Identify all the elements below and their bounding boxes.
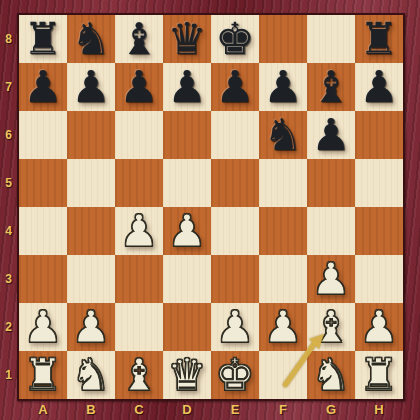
square-f3[interactable] [259, 255, 307, 303]
square-c6[interactable] [115, 111, 163, 159]
square-e5[interactable] [211, 159, 259, 207]
black-queen-d8[interactable]: ♛ [163, 15, 211, 63]
square-c2[interactable] [115, 303, 163, 351]
square-f1[interactable] [259, 351, 307, 399]
square-g6[interactable]: ♟ [307, 111, 355, 159]
black-pawn-a7[interactable]: ♟ [19, 63, 67, 111]
square-f2[interactable]: ♟ [259, 303, 307, 351]
square-g2[interactable]: ♝ [307, 303, 355, 351]
square-a1[interactable]: ♜ [19, 351, 67, 399]
square-e7[interactable]: ♟ [211, 63, 259, 111]
black-rook-a8[interactable]: ♜ [19, 15, 67, 63]
black-pawn-d7[interactable]: ♟ [163, 63, 211, 111]
square-e8[interactable]: ♚ [211, 15, 259, 63]
chess-board: ♜♞♝♛♚♜♟♟♟♟♟♟♝♟♞♟♟♟♟♟♟♟♟♝♟♜♞♝♛♚♞♜ [19, 15, 403, 399]
square-c3[interactable] [115, 255, 163, 303]
file-label-e: E [211, 399, 259, 420]
white-pawn-h2[interactable]: ♟ [355, 303, 403, 351]
black-pawn-h7[interactable]: ♟ [355, 63, 403, 111]
square-d6[interactable] [163, 111, 211, 159]
file-label-h: H [355, 399, 403, 420]
square-c1[interactable]: ♝ [115, 351, 163, 399]
square-a3[interactable] [19, 255, 67, 303]
file-label-g: G [307, 399, 355, 420]
square-f6[interactable]: ♞ [259, 111, 307, 159]
black-pawn-g6[interactable]: ♟ [307, 111, 355, 159]
square-d1[interactable]: ♛ [163, 351, 211, 399]
square-b2[interactable]: ♟ [67, 303, 115, 351]
square-a8[interactable]: ♜ [19, 15, 67, 63]
square-h6[interactable] [355, 111, 403, 159]
white-rook-a1[interactable]: ♜ [19, 351, 67, 399]
white-knight-g1[interactable]: ♞ [307, 351, 355, 399]
square-c4[interactable]: ♟ [115, 207, 163, 255]
square-a6[interactable] [19, 111, 67, 159]
square-h2[interactable]: ♟ [355, 303, 403, 351]
white-rook-h1[interactable]: ♜ [355, 351, 403, 399]
square-e2[interactable]: ♟ [211, 303, 259, 351]
square-b4[interactable] [67, 207, 115, 255]
square-g5[interactable] [307, 159, 355, 207]
square-e6[interactable] [211, 111, 259, 159]
rank-label-1: 1 [0, 351, 17, 399]
white-king-e1[interactable]: ♚ [211, 351, 259, 399]
square-a7[interactable]: ♟ [19, 63, 67, 111]
rank-label-5: 5 [0, 159, 17, 207]
black-knight-b8[interactable]: ♞ [67, 15, 115, 63]
square-c7[interactable]: ♟ [115, 63, 163, 111]
square-a5[interactable] [19, 159, 67, 207]
black-pawn-e7[interactable]: ♟ [211, 63, 259, 111]
rank-label-6: 6 [0, 111, 17, 159]
square-f4[interactable] [259, 207, 307, 255]
board-frame: ♜♞♝♛♚♜♟♟♟♟♟♟♝♟♞♟♟♟♟♟♟♟♟♝♟♜♞♝♛♚♞♜ 8765432… [0, 0, 420, 420]
file-label-f: F [259, 399, 307, 420]
rank-label-4: 4 [0, 207, 17, 255]
white-knight-b1[interactable]: ♞ [67, 351, 115, 399]
black-bishop-g7[interactable]: ♝ [307, 63, 355, 111]
square-a4[interactable] [19, 207, 67, 255]
black-rook-h8[interactable]: ♜ [355, 15, 403, 63]
rank-label-8: 8 [0, 15, 17, 63]
file-label-a: A [19, 399, 67, 420]
square-g1[interactable]: ♞ [307, 351, 355, 399]
square-g7[interactable]: ♝ [307, 63, 355, 111]
file-label-b: B [67, 399, 115, 420]
square-d7[interactable]: ♟ [163, 63, 211, 111]
square-e4[interactable] [211, 207, 259, 255]
square-d8[interactable]: ♛ [163, 15, 211, 63]
white-pawn-f2[interactable]: ♟ [259, 303, 307, 351]
square-b3[interactable] [67, 255, 115, 303]
black-knight-f6[interactable]: ♞ [259, 111, 307, 159]
black-pawn-c7[interactable]: ♟ [115, 63, 163, 111]
square-c8[interactable]: ♝ [115, 15, 163, 63]
black-king-e8[interactable]: ♚ [211, 15, 259, 63]
square-h3[interactable] [355, 255, 403, 303]
white-queen-d1[interactable]: ♛ [163, 351, 211, 399]
white-pawn-d4[interactable]: ♟ [163, 207, 211, 255]
white-pawn-c4[interactable]: ♟ [115, 207, 163, 255]
square-h8[interactable]: ♜ [355, 15, 403, 63]
square-c5[interactable] [115, 159, 163, 207]
square-d5[interactable] [163, 159, 211, 207]
white-bishop-c1[interactable]: ♝ [115, 351, 163, 399]
square-h1[interactable]: ♜ [355, 351, 403, 399]
black-pawn-f7[interactable]: ♟ [259, 63, 307, 111]
square-f8[interactable] [259, 15, 307, 63]
rank-label-2: 2 [0, 303, 17, 351]
square-b6[interactable] [67, 111, 115, 159]
square-e3[interactable] [211, 255, 259, 303]
square-b8[interactable]: ♞ [67, 15, 115, 63]
board-edge: ♜♞♝♛♚♜♟♟♟♟♟♟♝♟♞♟♟♟♟♟♟♟♟♝♟♜♞♝♛♚♞♜ [17, 13, 405, 401]
square-e1[interactable]: ♚ [211, 351, 259, 399]
square-g4[interactable] [307, 207, 355, 255]
white-pawn-g3[interactable]: ♟ [307, 255, 355, 303]
white-pawn-e2[interactable]: ♟ [211, 303, 259, 351]
white-bishop-g2[interactable]: ♝ [307, 303, 355, 351]
square-b1[interactable]: ♞ [67, 351, 115, 399]
square-h4[interactable] [355, 207, 403, 255]
white-pawn-b2[interactable]: ♟ [67, 303, 115, 351]
black-pawn-b7[interactable]: ♟ [67, 63, 115, 111]
file-label-d: D [163, 399, 211, 420]
square-b5[interactable] [67, 159, 115, 207]
square-h7[interactable]: ♟ [355, 63, 403, 111]
square-a2[interactable]: ♟ [19, 303, 67, 351]
square-h5[interactable] [355, 159, 403, 207]
square-f5[interactable] [259, 159, 307, 207]
square-d4[interactable]: ♟ [163, 207, 211, 255]
square-g3[interactable]: ♟ [307, 255, 355, 303]
rank-label-3: 3 [0, 255, 17, 303]
square-b7[interactable]: ♟ [67, 63, 115, 111]
square-g8[interactable] [307, 15, 355, 63]
file-label-c: C [115, 399, 163, 420]
black-bishop-c8[interactable]: ♝ [115, 15, 163, 63]
square-d2[interactable] [163, 303, 211, 351]
square-d3[interactable] [163, 255, 211, 303]
white-pawn-a2[interactable]: ♟ [19, 303, 67, 351]
square-f7[interactable]: ♟ [259, 63, 307, 111]
rank-label-7: 7 [0, 63, 17, 111]
